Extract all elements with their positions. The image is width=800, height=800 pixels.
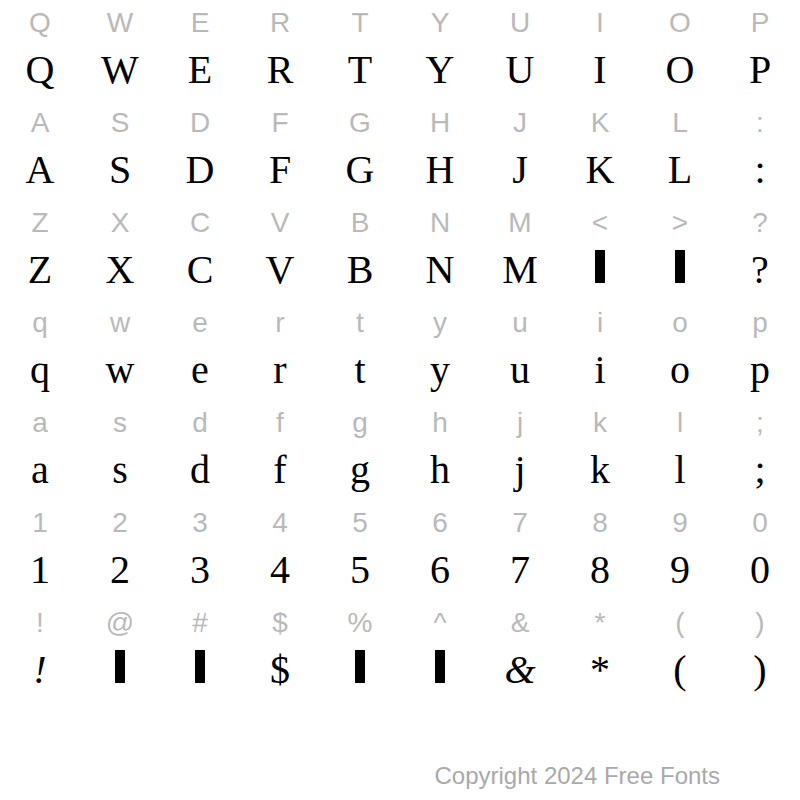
font-glyph: N (400, 244, 480, 300)
font-glyph-line: qwertyuiop (0, 344, 800, 400)
font-glyph: w (80, 344, 160, 400)
key-label: 1 (0, 500, 80, 546)
key-label: ^ (400, 600, 480, 646)
key-label-line: 1234567890 (0, 500, 800, 544)
font-glyph: U (480, 44, 560, 100)
font-glyph: : (720, 144, 800, 200)
key-label: 4 (240, 500, 320, 546)
font-glyph: h (400, 444, 480, 500)
font-glyph: T (320, 44, 400, 100)
key-label: 9 (640, 500, 720, 546)
key-label: P (720, 0, 800, 46)
font-glyph: H (400, 144, 480, 200)
key-label: w (80, 300, 160, 346)
key-label: L (640, 100, 720, 146)
key-label: F (240, 100, 320, 146)
missing-glyph-block (115, 650, 125, 683)
key-label: * (560, 600, 640, 646)
key-label: k (560, 400, 640, 446)
font-specimen-sheet: QWERTYUIOPQWERTYUIOPASDFGHJKL:ASDFGHJKL:… (0, 0, 800, 800)
font-glyph: I (560, 44, 640, 100)
font-glyph: j (480, 444, 560, 500)
font-glyph: 6 (400, 544, 480, 600)
font-glyph: B (320, 244, 400, 300)
missing-glyph-block (195, 650, 205, 683)
missing-glyph-block (675, 250, 685, 283)
font-glyph: 2 (80, 544, 160, 600)
key-label: # (160, 600, 240, 646)
character-row: asdfghjkl;asdfghjkl; (0, 400, 800, 500)
key-label: 0 (720, 500, 800, 546)
font-glyph: g (320, 444, 400, 500)
font-glyph: u (480, 344, 560, 400)
key-label: ; (720, 400, 800, 446)
key-label: 2 (80, 500, 160, 546)
font-glyph-line: !$&*() (0, 644, 800, 700)
key-label: C (160, 200, 240, 246)
key-label-line: asdfghjkl; (0, 400, 800, 444)
key-label: J (480, 100, 560, 146)
key-label: h (400, 400, 480, 446)
font-glyph: K (560, 144, 640, 200)
character-row: QWERTYUIOPQWERTYUIOP (0, 0, 800, 100)
font-glyph: e (160, 344, 240, 400)
font-glyph: r (240, 344, 320, 400)
font-glyph: d (160, 444, 240, 500)
font-glyph: o (640, 344, 720, 400)
font-glyph: ( (640, 644, 720, 700)
font-glyph: p (720, 344, 800, 400)
key-label: ) (720, 600, 800, 646)
key-label: A (0, 100, 80, 146)
key-label: V (240, 200, 320, 246)
key-label-line: QWERTYUIOP (0, 0, 800, 44)
key-label: p (720, 300, 800, 346)
font-glyph-line: asdfghjkl; (0, 444, 800, 500)
key-label: s (80, 400, 160, 446)
key-label-line: ASDFGHJKL: (0, 100, 800, 144)
key-label: 7 (480, 500, 560, 546)
key-label: q (0, 300, 80, 346)
font-glyph: 7 (480, 544, 560, 600)
key-label: d (160, 400, 240, 446)
key-label: f (240, 400, 320, 446)
font-glyph: 9 (640, 544, 720, 600)
character-row: ZXCVBNM<>?ZXCVBNM? (0, 200, 800, 300)
key-label: Q (0, 0, 80, 46)
key-label-line: qwertyuiop (0, 300, 800, 344)
font-glyph: Y (400, 44, 480, 100)
font-glyph: 8 (560, 544, 640, 600)
font-glyph-line: ZXCVBNM? (0, 244, 800, 300)
key-label: @ (80, 600, 160, 646)
key-label: T (320, 0, 400, 46)
font-glyph: G (320, 144, 400, 200)
key-label: Z (0, 200, 80, 246)
key-label: l (640, 400, 720, 446)
key-label: e (160, 300, 240, 346)
font-glyph: R (240, 44, 320, 100)
key-label: U (480, 0, 560, 46)
key-label: I (560, 0, 640, 46)
key-label: W (80, 0, 160, 46)
character-row: qwertyuiopqwertyuiop (0, 300, 800, 400)
key-label: > (640, 200, 720, 246)
key-label: & (480, 600, 560, 646)
key-label: X (80, 200, 160, 246)
key-label: B (320, 200, 400, 246)
font-glyph: y (400, 344, 480, 400)
font-glyph: 1 (0, 544, 80, 600)
font-glyph: f (240, 444, 320, 500)
font-glyph: C (160, 244, 240, 300)
missing-glyph-block (595, 250, 605, 283)
missing-glyph-cell (400, 644, 480, 700)
font-glyph: J (480, 144, 560, 200)
key-label: ( (640, 600, 720, 646)
key-label-line: !@#$%^&*() (0, 600, 800, 644)
font-glyph: 4 (240, 544, 320, 600)
font-glyph: Z (0, 244, 80, 300)
font-glyph: M (480, 244, 560, 300)
key-label: j (480, 400, 560, 446)
missing-glyph-cell (80, 644, 160, 700)
key-label: E (160, 0, 240, 46)
font-glyph: t (320, 344, 400, 400)
font-glyph: L (640, 144, 720, 200)
key-label: o (640, 300, 720, 346)
font-glyph: S (80, 144, 160, 200)
key-label: O (640, 0, 720, 46)
missing-glyph-cell (160, 644, 240, 700)
font-glyph: 3 (160, 544, 240, 600)
character-row: ASDFGHJKL:ASDFGHJKL: (0, 100, 800, 200)
font-glyph: $ (240, 644, 320, 700)
key-label: y (400, 300, 480, 346)
key-label: < (560, 200, 640, 246)
missing-glyph-block (435, 650, 445, 683)
key-label: $ (240, 600, 320, 646)
key-label: t (320, 300, 400, 346)
font-glyph: & (480, 644, 560, 700)
font-glyph: l (640, 444, 720, 500)
copyright-text: Copyright 2024 Free Fonts (435, 762, 720, 790)
font-glyph: P (720, 44, 800, 100)
missing-glyph-block (355, 650, 365, 683)
key-label: S (80, 100, 160, 146)
font-glyph: 5 (320, 544, 400, 600)
key-label: H (400, 100, 480, 146)
key-label: K (560, 100, 640, 146)
font-glyph: s (80, 444, 160, 500)
font-glyph-line: ASDFGHJKL: (0, 144, 800, 200)
key-label: : (720, 100, 800, 146)
font-glyph-line: 1234567890 (0, 544, 800, 600)
font-glyph: F (240, 144, 320, 200)
font-glyph: X (80, 244, 160, 300)
key-label: 8 (560, 500, 640, 546)
font-glyph: A (0, 144, 80, 200)
key-label: R (240, 0, 320, 46)
key-label: D (160, 100, 240, 146)
font-glyph: a (0, 444, 80, 500)
key-label-line: ZXCVBNM<>? (0, 200, 800, 244)
key-label: ? (720, 200, 800, 246)
missing-glyph-cell (640, 244, 720, 300)
font-glyph: ! (0, 644, 80, 700)
key-label: ! (0, 600, 80, 646)
key-label: 3 (160, 500, 240, 546)
font-glyph: k (560, 444, 640, 500)
font-glyph-line: QWERTYUIOP (0, 44, 800, 100)
key-label: g (320, 400, 400, 446)
key-label: Y (400, 0, 480, 46)
font-glyph: ) (720, 644, 800, 700)
key-label: % (320, 600, 400, 646)
font-glyph: D (160, 144, 240, 200)
key-label: i (560, 300, 640, 346)
key-label: 6 (400, 500, 480, 546)
key-label: u (480, 300, 560, 346)
font-glyph: 0 (720, 544, 800, 600)
key-label: a (0, 400, 80, 446)
missing-glyph-cell (320, 644, 400, 700)
font-glyph: O (640, 44, 720, 100)
key-label: r (240, 300, 320, 346)
key-label: M (480, 200, 560, 246)
key-label: 5 (320, 500, 400, 546)
font-glyph: ? (720, 244, 800, 300)
font-glyph: V (240, 244, 320, 300)
font-glyph: E (160, 44, 240, 100)
key-label: G (320, 100, 400, 146)
key-label: N (400, 200, 480, 246)
character-rows: QWERTYUIOPQWERTYUIOPASDFGHJKL:ASDFGHJKL:… (0, 0, 800, 700)
character-row: 12345678901234567890 (0, 500, 800, 600)
font-glyph: Q (0, 44, 80, 100)
font-glyph: ; (720, 444, 800, 500)
character-row: !@#$%^&*()!$&*() (0, 600, 800, 700)
font-glyph: i (560, 344, 640, 400)
missing-glyph-cell (560, 244, 640, 300)
font-glyph: * (560, 644, 640, 700)
font-glyph: W (80, 44, 160, 100)
font-glyph: q (0, 344, 80, 400)
